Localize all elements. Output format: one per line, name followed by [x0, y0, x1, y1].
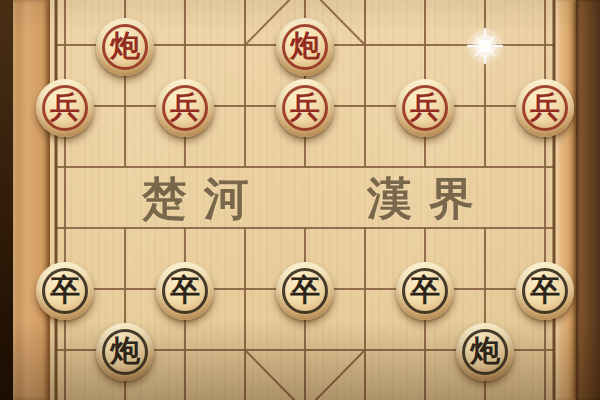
piece-black-soldier-5[interactable]: 卒	[276, 262, 334, 320]
red-soldier-glyph: 兵	[530, 92, 560, 122]
red-soldier-glyph: 兵	[50, 92, 80, 122]
piece-black-cannon-left[interactable]: 炮	[96, 323, 154, 381]
black-soldier-glyph: 卒	[530, 275, 560, 305]
black-soldier-glyph: 卒	[290, 275, 320, 305]
piece-red-cannon-left[interactable]: 炮	[96, 18, 154, 76]
piece-red-soldier-9[interactable]: 兵	[516, 79, 574, 137]
black-soldier-glyph: 卒	[170, 275, 200, 305]
xiangqi-board[interactable]: 楚河 漢界 炮炮兵兵兵兵兵卒卒卒卒卒炮炮	[0, 0, 600, 400]
piece-black-soldier-1[interactable]: 卒	[36, 262, 94, 320]
black-soldier-glyph: 卒	[50, 275, 80, 305]
piece-red-cannon-center[interactable]: 炮	[276, 18, 334, 76]
black-cannon-glyph: 炮	[110, 336, 140, 366]
piece-red-soldier-1[interactable]: 兵	[36, 79, 94, 137]
red-soldier-glyph: 兵	[410, 92, 440, 122]
black-cannon-glyph: 炮	[470, 336, 500, 366]
black-soldier-glyph: 卒	[410, 275, 440, 305]
piece-black-cannon-right[interactable]: 炮	[456, 323, 514, 381]
red-soldier-glyph: 兵	[290, 92, 320, 122]
pieces-layer: 炮炮兵兵兵兵兵卒卒卒卒卒炮炮	[0, 0, 600, 400]
red-cannon-glyph: 炮	[290, 31, 320, 61]
piece-red-soldier-7[interactable]: 兵	[396, 79, 454, 137]
piece-red-soldier-5[interactable]: 兵	[276, 79, 334, 137]
piece-black-soldier-9[interactable]: 卒	[516, 262, 574, 320]
piece-red-soldier-3[interactable]: 兵	[156, 79, 214, 137]
red-soldier-glyph: 兵	[170, 92, 200, 122]
piece-black-soldier-3[interactable]: 卒	[156, 262, 214, 320]
piece-black-soldier-7[interactable]: 卒	[396, 262, 454, 320]
red-cannon-glyph: 炮	[110, 31, 140, 61]
